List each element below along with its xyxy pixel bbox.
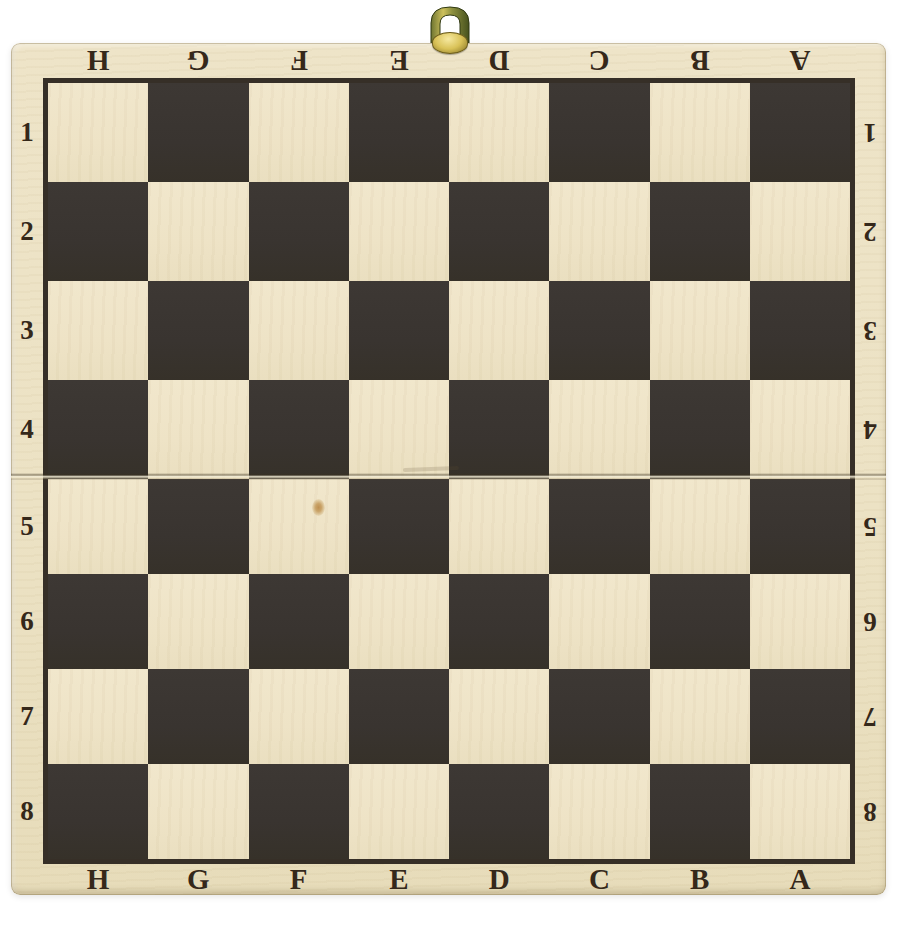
rank-left-8: 8 <box>11 764 43 859</box>
square-g7[interactable] <box>148 669 248 764</box>
rank-right-7: 7 <box>854 669 886 764</box>
rank-labels-left: 12345678 <box>11 83 43 859</box>
square-b7[interactable] <box>650 669 750 764</box>
file-top-h: H <box>48 44 148 77</box>
square-a6[interactable] <box>750 574 850 669</box>
square-h3[interactable] <box>48 281 148 380</box>
square-e3[interactable] <box>349 281 449 380</box>
file-bottom-g: G <box>148 865 248 894</box>
square-h1[interactable] <box>48 83 148 182</box>
square-a2[interactable] <box>750 182 850 281</box>
rank-left-4: 4 <box>11 380 43 479</box>
file-bottom-a: A <box>750 865 850 894</box>
file-labels-bottom: HGFEDCBA <box>48 865 850 894</box>
square-d7[interactable] <box>449 669 549 764</box>
square-f1[interactable] <box>249 83 349 182</box>
square-c1[interactable] <box>549 83 649 182</box>
square-e6[interactable] <box>349 574 449 669</box>
square-g8[interactable] <box>148 764 248 859</box>
square-f7[interactable] <box>249 669 349 764</box>
file-top-a: A <box>750 44 850 77</box>
file-top-g: G <box>148 44 248 77</box>
square-b2[interactable] <box>650 182 750 281</box>
square-g4[interactable] <box>148 380 248 479</box>
chess-board: HGFEDCBA HGFEDCBA 12345678 12345678 <box>11 43 886 895</box>
square-e8[interactable] <box>349 764 449 859</box>
square-b4[interactable] <box>650 380 750 479</box>
square-g2[interactable] <box>148 182 248 281</box>
square-h7[interactable] <box>48 669 148 764</box>
square-c3[interactable] <box>549 281 649 380</box>
file-top-b: B <box>650 44 750 77</box>
rank-left-7: 7 <box>11 669 43 764</box>
square-e2[interactable] <box>349 182 449 281</box>
square-c7[interactable] <box>549 669 649 764</box>
rank-right-2: 2 <box>854 182 886 281</box>
rank-left-5: 5 <box>11 479 43 574</box>
square-f3[interactable] <box>249 281 349 380</box>
rank-right-5: 5 <box>854 479 886 574</box>
file-top-c: C <box>549 44 649 77</box>
square-b8[interactable] <box>650 764 750 859</box>
square-h4[interactable] <box>48 380 148 479</box>
square-a5[interactable] <box>750 479 850 574</box>
square-c6[interactable] <box>549 574 649 669</box>
square-f4[interactable] <box>249 380 349 479</box>
square-a8[interactable] <box>750 764 850 859</box>
square-e1[interactable] <box>349 83 449 182</box>
square-d3[interactable] <box>449 281 549 380</box>
square-f5[interactable] <box>249 479 349 574</box>
rank-left-6: 6 <box>11 574 43 669</box>
wood-knot <box>312 499 325 516</box>
rank-left-2: 2 <box>11 182 43 281</box>
square-e4[interactable] <box>349 380 449 479</box>
square-h2[interactable] <box>48 182 148 281</box>
file-top-f: F <box>249 44 349 77</box>
square-d1[interactable] <box>449 83 549 182</box>
square-c2[interactable] <box>549 182 649 281</box>
square-g3[interactable] <box>148 281 248 380</box>
file-bottom-c: C <box>549 865 649 894</box>
square-b1[interactable] <box>650 83 750 182</box>
square-d5[interactable] <box>449 479 549 574</box>
rank-right-3: 3 <box>854 281 886 380</box>
square-h8[interactable] <box>48 764 148 859</box>
square-g5[interactable] <box>148 479 248 574</box>
rank-right-6: 6 <box>854 574 886 669</box>
square-b6[interactable] <box>650 574 750 669</box>
square-b3[interactable] <box>650 281 750 380</box>
square-f8[interactable] <box>249 764 349 859</box>
square-f6[interactable] <box>249 574 349 669</box>
photo-stage: HGFEDCBA HGFEDCBA 12345678 12345678 <box>0 0 900 945</box>
square-d6[interactable] <box>449 574 549 669</box>
rank-right-4: 4 <box>854 380 886 479</box>
board-grid <box>48 83 850 859</box>
square-d8[interactable] <box>449 764 549 859</box>
square-f2[interactable] <box>249 182 349 281</box>
playing-area <box>43 78 855 864</box>
file-bottom-b: B <box>650 865 750 894</box>
square-a7[interactable] <box>750 669 850 764</box>
square-a3[interactable] <box>750 281 850 380</box>
rank-right-1: 1 <box>854 83 886 182</box>
file-bottom-e: E <box>349 865 449 894</box>
square-a4[interactable] <box>750 380 850 479</box>
rank-left-3: 3 <box>11 281 43 380</box>
square-h6[interactable] <box>48 574 148 669</box>
rank-right-8: 8 <box>854 764 886 859</box>
square-d4[interactable] <box>449 380 549 479</box>
square-c8[interactable] <box>549 764 649 859</box>
square-b5[interactable] <box>650 479 750 574</box>
file-bottom-h: H <box>48 865 148 894</box>
square-c4[interactable] <box>549 380 649 479</box>
file-bottom-f: F <box>249 865 349 894</box>
square-e7[interactable] <box>349 669 449 764</box>
file-bottom-d: D <box>449 865 549 894</box>
rank-labels-right: 12345678 <box>854 83 886 859</box>
square-c5[interactable] <box>549 479 649 574</box>
square-d2[interactable] <box>449 182 549 281</box>
square-g1[interactable] <box>148 83 248 182</box>
fold-seam <box>11 473 886 480</box>
square-e5[interactable] <box>349 479 449 574</box>
square-g6[interactable] <box>148 574 248 669</box>
brass-screw-icon <box>432 32 468 54</box>
square-h5[interactable] <box>48 479 148 574</box>
rank-left-1: 1 <box>11 83 43 182</box>
square-a1[interactable] <box>750 83 850 182</box>
